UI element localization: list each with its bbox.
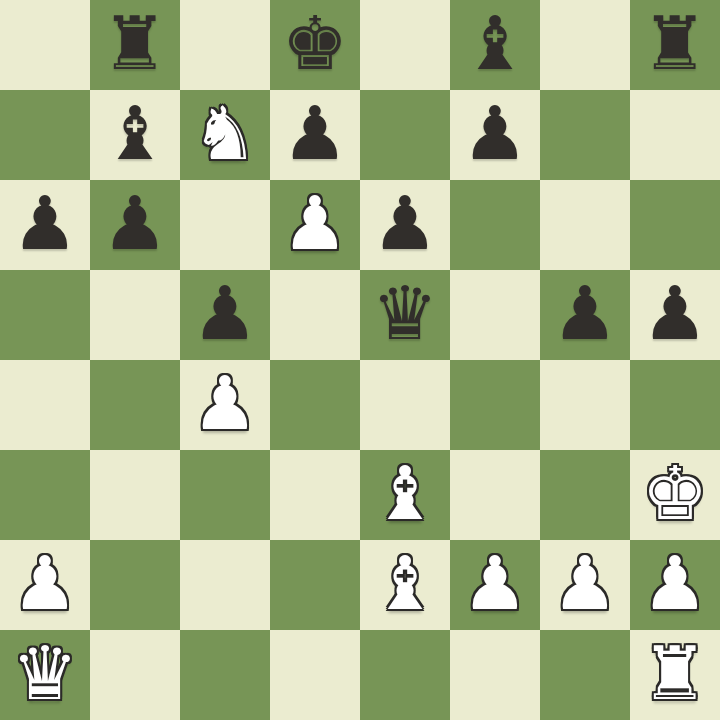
square-c4[interactable]: ♟ — [180, 360, 270, 450]
square-f3[interactable] — [450, 450, 540, 540]
piece-black-pawn[interactable]: ♟ — [12, 178, 78, 268]
square-d5[interactable] — [270, 270, 360, 360]
square-b5[interactable] — [90, 270, 180, 360]
square-g5[interactable]: ♟ — [540, 270, 630, 360]
square-d1[interactable] — [270, 630, 360, 720]
chess-board: ♜♚♝♜♝♞♟♟♟♟♟♟♟♛♟♟♟♝♚♟♝♟♟♟♛♜ — [0, 0, 720, 720]
square-b1[interactable] — [90, 630, 180, 720]
square-a7[interactable] — [0, 90, 90, 180]
square-h3[interactable]: ♚ — [630, 450, 720, 540]
piece-white-pawn[interactable]: ♟ — [462, 538, 528, 628]
square-c8[interactable] — [180, 0, 270, 90]
square-h4[interactable] — [630, 360, 720, 450]
piece-black-pawn[interactable]: ♟ — [102, 178, 168, 268]
piece-black-pawn[interactable]: ♟ — [192, 268, 258, 358]
square-h5[interactable]: ♟ — [630, 270, 720, 360]
square-c5[interactable]: ♟ — [180, 270, 270, 360]
square-b3[interactable] — [90, 450, 180, 540]
square-a3[interactable] — [0, 450, 90, 540]
piece-black-bishop[interactable]: ♝ — [462, 0, 528, 88]
square-a1[interactable]: ♛ — [0, 630, 90, 720]
square-g2[interactable]: ♟ — [540, 540, 630, 630]
piece-white-pawn[interactable]: ♟ — [282, 178, 348, 268]
square-d6[interactable]: ♟ — [270, 180, 360, 270]
piece-white-pawn[interactable]: ♟ — [552, 538, 618, 628]
piece-black-pawn[interactable]: ♟ — [552, 268, 618, 358]
square-g4[interactable] — [540, 360, 630, 450]
square-b7[interactable]: ♝ — [90, 90, 180, 180]
square-f1[interactable] — [450, 630, 540, 720]
piece-white-knight[interactable]: ♞ — [192, 88, 258, 178]
piece-white-pawn[interactable]: ♟ — [12, 538, 78, 628]
square-c1[interactable] — [180, 630, 270, 720]
square-b2[interactable] — [90, 540, 180, 630]
piece-black-queen[interactable]: ♛ — [372, 268, 438, 358]
piece-black-pawn[interactable]: ♟ — [282, 88, 348, 178]
square-a4[interactable] — [0, 360, 90, 450]
square-h8[interactable]: ♜ — [630, 0, 720, 90]
square-b8[interactable]: ♜ — [90, 0, 180, 90]
piece-black-rook[interactable]: ♜ — [102, 0, 168, 88]
piece-white-king[interactable]: ♚ — [642, 448, 708, 538]
square-h6[interactable] — [630, 180, 720, 270]
square-c6[interactable] — [180, 180, 270, 270]
square-d8[interactable]: ♚ — [270, 0, 360, 90]
square-c7[interactable]: ♞ — [180, 90, 270, 180]
piece-black-king[interactable]: ♚ — [282, 0, 348, 88]
square-d4[interactable] — [270, 360, 360, 450]
piece-white-bishop[interactable]: ♝ — [372, 448, 438, 538]
square-e2[interactable]: ♝ — [360, 540, 450, 630]
square-e8[interactable] — [360, 0, 450, 90]
square-f4[interactable] — [450, 360, 540, 450]
square-e6[interactable]: ♟ — [360, 180, 450, 270]
piece-black-pawn[interactable]: ♟ — [462, 88, 528, 178]
piece-black-bishop[interactable]: ♝ — [102, 88, 168, 178]
square-a2[interactable]: ♟ — [0, 540, 90, 630]
square-g6[interactable] — [540, 180, 630, 270]
piece-white-queen[interactable]: ♛ — [12, 628, 78, 718]
square-h2[interactable]: ♟ — [630, 540, 720, 630]
square-a5[interactable] — [0, 270, 90, 360]
square-d2[interactable] — [270, 540, 360, 630]
square-e3[interactable]: ♝ — [360, 450, 450, 540]
square-e5[interactable]: ♛ — [360, 270, 450, 360]
piece-white-rook[interactable]: ♜ — [642, 628, 708, 718]
piece-black-rook[interactable]: ♜ — [642, 0, 708, 88]
piece-white-bishop[interactable]: ♝ — [372, 538, 438, 628]
square-b6[interactable]: ♟ — [90, 180, 180, 270]
square-h7[interactable] — [630, 90, 720, 180]
piece-black-pawn[interactable]: ♟ — [642, 268, 708, 358]
piece-white-pawn[interactable]: ♟ — [642, 538, 708, 628]
square-a8[interactable] — [0, 0, 90, 90]
square-f2[interactable]: ♟ — [450, 540, 540, 630]
square-g7[interactable] — [540, 90, 630, 180]
square-c3[interactable] — [180, 450, 270, 540]
square-g1[interactable] — [540, 630, 630, 720]
square-e1[interactable] — [360, 630, 450, 720]
square-b4[interactable] — [90, 360, 180, 450]
square-e7[interactable] — [360, 90, 450, 180]
square-f7[interactable]: ♟ — [450, 90, 540, 180]
piece-black-pawn[interactable]: ♟ — [372, 178, 438, 268]
square-d3[interactable] — [270, 450, 360, 540]
square-f6[interactable] — [450, 180, 540, 270]
square-g3[interactable] — [540, 450, 630, 540]
square-d7[interactable]: ♟ — [270, 90, 360, 180]
square-f5[interactable] — [450, 270, 540, 360]
square-f8[interactable]: ♝ — [450, 0, 540, 90]
square-e4[interactable] — [360, 360, 450, 450]
square-a6[interactable]: ♟ — [0, 180, 90, 270]
square-h1[interactable]: ♜ — [630, 630, 720, 720]
piece-white-pawn[interactable]: ♟ — [192, 358, 258, 448]
square-c2[interactable] — [180, 540, 270, 630]
square-g8[interactable] — [540, 0, 630, 90]
